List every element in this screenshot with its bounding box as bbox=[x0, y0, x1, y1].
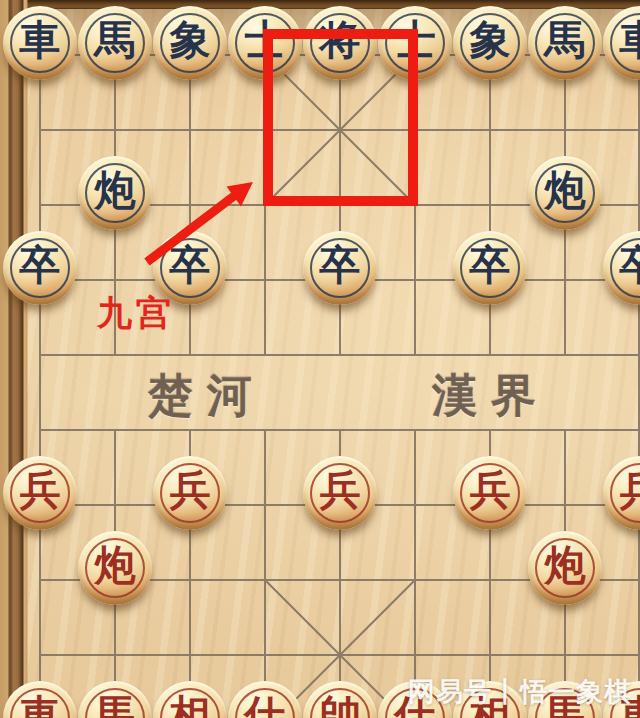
watermark: 网易号丨悟一象棋 bbox=[408, 674, 632, 710]
annotation-arrow-shaft bbox=[147, 196, 234, 262]
xiangqi-board-screenshot: 楚河 漢界 車馬象士将士象馬車炮炮卒卒卒卒卒兵兵兵兵兵炮炮車馬相仕帥仕相馬車 九… bbox=[0, 0, 640, 718]
palace-label: 九宫 bbox=[97, 290, 175, 337]
palace-highlight-square bbox=[268, 34, 413, 201]
palace-highlight-annotation bbox=[0, 0, 640, 718]
